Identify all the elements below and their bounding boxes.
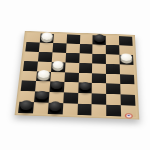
square-b4[interactable] xyxy=(36,71,51,82)
square-d7[interactable] xyxy=(66,43,80,53)
black-piece-c1[interactable] xyxy=(49,102,62,111)
square-d4[interactable] xyxy=(64,72,78,83)
white-piece-b8[interactable] xyxy=(41,32,52,40)
square-e5[interactable] xyxy=(79,63,93,73)
square-c7[interactable] xyxy=(52,43,66,53)
square-h4[interactable] xyxy=(120,74,134,85)
square-f1[interactable] xyxy=(92,104,107,116)
square-d2[interactable] xyxy=(63,93,78,104)
square-e7[interactable] xyxy=(79,44,93,54)
square-h6[interactable] xyxy=(120,55,134,65)
square-a7[interactable] xyxy=(25,42,39,52)
square-e1[interactable] xyxy=(77,104,92,116)
checkers-board: ✦ xyxy=(15,31,140,120)
square-h1[interactable]: ✦ xyxy=(121,105,136,117)
black-piece-b2[interactable] xyxy=(35,90,48,99)
square-g7[interactable] xyxy=(106,45,120,55)
square-c8[interactable] xyxy=(53,34,67,43)
board-frame: ✦ xyxy=(15,31,140,120)
square-e8[interactable] xyxy=(80,35,93,44)
square-d3[interactable] xyxy=(63,82,78,93)
square-f6[interactable] xyxy=(93,54,107,64)
square-a8[interactable] xyxy=(26,33,40,42)
square-a6[interactable] xyxy=(24,51,39,61)
black-piece-e3[interactable] xyxy=(79,81,91,90)
square-a3[interactable] xyxy=(21,81,36,92)
square-a4[interactable] xyxy=(22,71,37,82)
square-e3[interactable] xyxy=(78,83,92,94)
white-piece-c5[interactable] xyxy=(52,61,64,69)
square-d6[interactable] xyxy=(65,53,79,63)
board-grid: ✦ xyxy=(18,33,136,117)
square-c1[interactable] xyxy=(48,103,63,115)
square-b7[interactable] xyxy=(39,42,53,52)
square-f8[interactable] xyxy=(93,35,106,44)
square-d5[interactable] xyxy=(65,62,79,72)
square-f2[interactable] xyxy=(92,94,107,105)
square-b8[interactable] xyxy=(40,33,54,42)
square-f4[interactable] xyxy=(92,73,106,84)
white-piece-b4[interactable] xyxy=(37,70,49,79)
square-g5[interactable] xyxy=(106,64,120,74)
square-b6[interactable] xyxy=(38,52,52,62)
square-f3[interactable] xyxy=(92,83,106,94)
square-g4[interactable] xyxy=(106,73,120,84)
square-c3[interactable] xyxy=(49,82,64,93)
square-e6[interactable] xyxy=(79,53,93,63)
photo-backdrop: ✦ xyxy=(0,0,150,150)
square-a5[interactable] xyxy=(23,61,38,71)
square-c5[interactable] xyxy=(51,62,65,72)
square-g8[interactable] xyxy=(106,36,119,45)
square-a1[interactable] xyxy=(18,102,34,114)
black-piece-a1[interactable] xyxy=(20,101,33,110)
square-h2[interactable] xyxy=(121,95,136,106)
square-f7[interactable] xyxy=(93,44,106,54)
black-piece-f8[interactable] xyxy=(94,34,105,42)
star-icon: ✦ xyxy=(127,114,131,117)
brand-sticker: ✦ xyxy=(125,113,132,119)
square-d1[interactable] xyxy=(62,103,77,115)
square-d8[interactable] xyxy=(66,34,80,43)
square-f5[interactable] xyxy=(92,63,106,73)
square-h8[interactable] xyxy=(119,36,133,45)
square-h5[interactable] xyxy=(120,64,134,74)
square-g6[interactable] xyxy=(106,54,120,64)
square-b1[interactable] xyxy=(33,102,49,114)
square-g3[interactable] xyxy=(106,84,120,95)
square-b2[interactable] xyxy=(34,92,49,103)
black-piece-c3[interactable] xyxy=(51,80,63,89)
square-e2[interactable] xyxy=(77,93,92,104)
square-g1[interactable] xyxy=(106,105,121,117)
square-h3[interactable] xyxy=(120,84,135,95)
square-g2[interactable] xyxy=(106,94,121,105)
white-piece-h6[interactable] xyxy=(121,53,132,61)
